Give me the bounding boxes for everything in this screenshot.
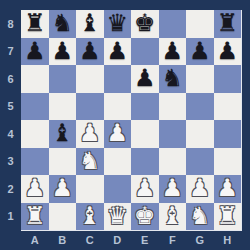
white-rook: ♜ xyxy=(24,203,46,231)
black-pawn: ♟ xyxy=(189,38,211,66)
square-g3[interactable] xyxy=(186,148,214,176)
square-f4[interactable] xyxy=(159,120,187,148)
square-c1[interactable]: ♝ xyxy=(76,203,104,231)
square-a3[interactable] xyxy=(21,148,49,176)
black-pawn: ♟ xyxy=(24,38,46,66)
square-b4[interactable]: ♝ xyxy=(49,120,77,148)
square-g8[interactable] xyxy=(186,10,214,38)
rank-labels: 87654321 xyxy=(0,10,21,230)
black-pawn: ♟ xyxy=(51,38,73,66)
square-d6[interactable] xyxy=(104,65,132,93)
chess-board[interactable]: ♜♞♝♛♚♜♟♟♟♟♟♟♟♟♞♝♟♟♞♟♟♟♟♟♟♜♝♛♚♝♞♜ xyxy=(21,10,242,231)
white-queen: ♛ xyxy=(106,203,128,231)
square-e6[interactable]: ♟ xyxy=(131,65,159,93)
square-g6[interactable] xyxy=(186,65,214,93)
square-g5[interactable] xyxy=(186,93,214,121)
square-a8[interactable]: ♜ xyxy=(21,10,49,38)
rank-label-3: 3 xyxy=(0,148,21,176)
black-pawn: ♟ xyxy=(79,38,101,66)
square-e8[interactable]: ♚ xyxy=(131,10,159,38)
file-label-g: G xyxy=(186,230,214,250)
white-king: ♚ xyxy=(134,203,156,231)
square-h5[interactable] xyxy=(214,93,242,121)
black-knight: ♞ xyxy=(161,65,183,93)
white-pawn: ♟ xyxy=(189,175,211,203)
square-c7[interactable]: ♟ xyxy=(76,38,104,66)
square-h3[interactable] xyxy=(214,148,242,176)
square-c8[interactable]: ♝ xyxy=(76,10,104,38)
square-e7[interactable] xyxy=(131,38,159,66)
white-pawn: ♟ xyxy=(216,175,238,203)
square-h8[interactable]: ♜ xyxy=(214,10,242,38)
black-pawn: ♟ xyxy=(216,38,238,66)
black-pawn: ♟ xyxy=(134,65,156,93)
square-e5[interactable] xyxy=(131,93,159,121)
square-d3[interactable] xyxy=(104,148,132,176)
file-labels: ABCDEFGH xyxy=(21,230,241,250)
square-f8[interactable] xyxy=(159,10,187,38)
square-e2[interactable]: ♟ xyxy=(131,175,159,203)
black-pawn: ♟ xyxy=(161,38,183,66)
square-b6[interactable] xyxy=(49,65,77,93)
square-f7[interactable]: ♟ xyxy=(159,38,187,66)
white-pawn: ♟ xyxy=(51,175,73,203)
square-b8[interactable]: ♞ xyxy=(49,10,77,38)
file-label-a: A xyxy=(21,230,49,250)
square-a6[interactable] xyxy=(21,65,49,93)
rank-label-7: 7 xyxy=(0,38,21,66)
file-label-h: H xyxy=(214,230,242,250)
black-bishop: ♝ xyxy=(79,10,101,38)
white-pawn: ♟ xyxy=(161,175,183,203)
square-g4[interactable] xyxy=(186,120,214,148)
square-a2[interactable]: ♟ xyxy=(21,175,49,203)
square-h4[interactable] xyxy=(214,120,242,148)
square-h7[interactable]: ♟ xyxy=(214,38,242,66)
rank-label-6: 6 xyxy=(0,65,21,93)
square-a1[interactable]: ♜ xyxy=(21,203,49,231)
white-pawn: ♟ xyxy=(24,175,46,203)
file-label-e: E xyxy=(131,230,159,250)
square-e4[interactable] xyxy=(131,120,159,148)
square-h1[interactable]: ♜ xyxy=(214,203,242,231)
square-d1[interactable]: ♛ xyxy=(104,203,132,231)
square-c3[interactable]: ♞ xyxy=(76,148,104,176)
square-c5[interactable] xyxy=(76,93,104,121)
black-pawn: ♟ xyxy=(106,38,128,66)
square-f2[interactable]: ♟ xyxy=(159,175,187,203)
black-rook: ♜ xyxy=(216,10,238,38)
file-label-c: C xyxy=(76,230,104,250)
white-bishop: ♝ xyxy=(161,203,183,231)
square-b2[interactable]: ♟ xyxy=(49,175,77,203)
square-d7[interactable]: ♟ xyxy=(104,38,132,66)
square-d4[interactable]: ♟ xyxy=(104,120,132,148)
black-knight: ♞ xyxy=(51,10,73,38)
square-g1[interactable]: ♞ xyxy=(186,203,214,231)
board-frame: 87654321 ♜♞♝♛♚♜♟♟♟♟♟♟♟♟♞♝♟♟♞♟♟♟♟♟♟♜♝♛♚♝♞… xyxy=(0,0,250,250)
square-a5[interactable] xyxy=(21,93,49,121)
square-e1[interactable]: ♚ xyxy=(131,203,159,231)
rank-label-5: 5 xyxy=(0,93,21,121)
black-bishop: ♝ xyxy=(51,120,73,148)
white-bishop: ♝ xyxy=(79,203,101,231)
rank-label-8: 8 xyxy=(0,10,21,38)
black-queen: ♛ xyxy=(106,10,128,38)
file-label-f: F xyxy=(159,230,187,250)
black-king: ♚ xyxy=(134,10,156,38)
white-pawn: ♟ xyxy=(79,120,101,148)
rank-label-1: 1 xyxy=(0,203,21,231)
file-label-d: D xyxy=(104,230,132,250)
white-knight: ♞ xyxy=(79,148,101,176)
rank-label-4: 4 xyxy=(0,120,21,148)
square-d2[interactable] xyxy=(104,175,132,203)
white-rook: ♜ xyxy=(216,203,238,231)
square-h6[interactable] xyxy=(214,65,242,93)
square-d5[interactable] xyxy=(104,93,132,121)
black-rook: ♜ xyxy=(24,10,46,38)
square-d8[interactable]: ♛ xyxy=(104,10,132,38)
rank-label-2: 2 xyxy=(0,175,21,203)
square-b5[interactable] xyxy=(49,93,77,121)
square-a7[interactable]: ♟ xyxy=(21,38,49,66)
square-c2[interactable] xyxy=(76,175,104,203)
square-c6[interactable] xyxy=(76,65,104,93)
square-f1[interactable]: ♝ xyxy=(159,203,187,231)
square-f3[interactable] xyxy=(159,148,187,176)
white-knight: ♞ xyxy=(189,203,211,231)
square-a4[interactable] xyxy=(21,120,49,148)
square-e3[interactable] xyxy=(131,148,159,176)
square-g7[interactable]: ♟ xyxy=(186,38,214,66)
square-b3[interactable] xyxy=(49,148,77,176)
white-pawn: ♟ xyxy=(106,120,128,148)
square-b1[interactable] xyxy=(49,203,77,231)
white-pawn: ♟ xyxy=(134,175,156,203)
file-label-b: B xyxy=(49,230,77,250)
square-b7[interactable]: ♟ xyxy=(49,38,77,66)
square-g2[interactable]: ♟ xyxy=(186,175,214,203)
square-f6[interactable]: ♞ xyxy=(159,65,187,93)
square-f5[interactable] xyxy=(159,93,187,121)
square-c4[interactable]: ♟ xyxy=(76,120,104,148)
square-h2[interactable]: ♟ xyxy=(214,175,242,203)
